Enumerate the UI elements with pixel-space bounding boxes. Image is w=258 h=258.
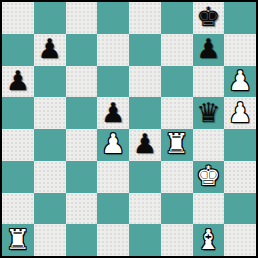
square-g4[interactable] bbox=[193, 129, 225, 161]
square-b6[interactable] bbox=[34, 66, 66, 98]
square-e2[interactable] bbox=[129, 193, 161, 225]
square-e7[interactable] bbox=[129, 34, 161, 66]
square-a7[interactable] bbox=[2, 34, 34, 66]
square-h7[interactable] bbox=[224, 34, 256, 66]
square-b3[interactable] bbox=[34, 161, 66, 193]
square-h5[interactable]: ♟ bbox=[224, 97, 256, 129]
square-b8[interactable] bbox=[34, 2, 66, 34]
piece-white-pawn[interactable]: ♟ bbox=[228, 99, 252, 126]
square-h4[interactable] bbox=[224, 129, 256, 161]
square-d8[interactable] bbox=[97, 2, 129, 34]
square-a3[interactable] bbox=[2, 161, 34, 193]
piece-black-pawn[interactable]: ♟ bbox=[6, 67, 30, 94]
piece-white-rook[interactable]: ♜ bbox=[165, 130, 189, 157]
chess-board-grid: ♚♟♟♟♟♟♛♟♟♟♜♚♜♝ bbox=[2, 2, 256, 256]
square-h3[interactable] bbox=[224, 161, 256, 193]
piece-white-pawn[interactable]: ♟ bbox=[228, 67, 252, 94]
square-a5[interactable] bbox=[2, 97, 34, 129]
square-e3[interactable] bbox=[129, 161, 161, 193]
square-f7[interactable] bbox=[161, 34, 193, 66]
square-g1[interactable]: ♝ bbox=[193, 224, 225, 256]
square-b4[interactable] bbox=[34, 129, 66, 161]
square-a2[interactable] bbox=[2, 193, 34, 225]
square-f5[interactable] bbox=[161, 97, 193, 129]
piece-black-king[interactable]: ♚ bbox=[196, 3, 220, 30]
piece-black-pawn[interactable]: ♟ bbox=[196, 35, 220, 62]
square-g7[interactable]: ♟ bbox=[193, 34, 225, 66]
piece-black-queen[interactable]: ♛ bbox=[196, 99, 220, 126]
square-b2[interactable] bbox=[34, 193, 66, 225]
square-d2[interactable] bbox=[97, 193, 129, 225]
square-a4[interactable] bbox=[2, 129, 34, 161]
piece-black-pawn[interactable]: ♟ bbox=[38, 35, 62, 62]
square-h8[interactable] bbox=[224, 2, 256, 34]
square-e1[interactable] bbox=[129, 224, 161, 256]
square-g8[interactable]: ♚ bbox=[193, 2, 225, 34]
square-d6[interactable] bbox=[97, 66, 129, 98]
square-b7[interactable]: ♟ bbox=[34, 34, 66, 66]
square-h1[interactable] bbox=[224, 224, 256, 256]
square-c6[interactable] bbox=[66, 66, 98, 98]
square-h6[interactable]: ♟ bbox=[224, 66, 256, 98]
square-c8[interactable] bbox=[66, 2, 98, 34]
square-e5[interactable] bbox=[129, 97, 161, 129]
square-f2[interactable] bbox=[161, 193, 193, 225]
square-c4[interactable] bbox=[66, 129, 98, 161]
square-d7[interactable] bbox=[97, 34, 129, 66]
square-f3[interactable] bbox=[161, 161, 193, 193]
square-d4[interactable]: ♟ bbox=[97, 129, 129, 161]
square-c3[interactable] bbox=[66, 161, 98, 193]
piece-white-king[interactable]: ♚ bbox=[196, 162, 220, 189]
square-b1[interactable] bbox=[34, 224, 66, 256]
square-d3[interactable] bbox=[97, 161, 129, 193]
square-g3[interactable]: ♚ bbox=[193, 161, 225, 193]
square-g2[interactable] bbox=[193, 193, 225, 225]
square-f4[interactable]: ♜ bbox=[161, 129, 193, 161]
square-g5[interactable]: ♛ bbox=[193, 97, 225, 129]
square-a6[interactable]: ♟ bbox=[2, 66, 34, 98]
piece-black-pawn[interactable]: ♟ bbox=[133, 130, 157, 157]
square-c5[interactable] bbox=[66, 97, 98, 129]
square-g6[interactable] bbox=[193, 66, 225, 98]
square-f8[interactable] bbox=[161, 2, 193, 34]
square-h2[interactable] bbox=[224, 193, 256, 225]
piece-white-pawn[interactable]: ♟ bbox=[101, 130, 125, 157]
piece-black-pawn[interactable]: ♟ bbox=[101, 99, 125, 126]
square-e8[interactable] bbox=[129, 2, 161, 34]
piece-white-rook[interactable]: ♜ bbox=[6, 226, 30, 253]
square-d5[interactable]: ♟ bbox=[97, 97, 129, 129]
square-f1[interactable] bbox=[161, 224, 193, 256]
square-e6[interactable] bbox=[129, 66, 161, 98]
square-c1[interactable] bbox=[66, 224, 98, 256]
square-a8[interactable] bbox=[2, 2, 34, 34]
square-a1[interactable]: ♜ bbox=[2, 224, 34, 256]
chess-board: ♚♟♟♟♟♟♛♟♟♟♜♚♜♝ bbox=[0, 0, 258, 258]
square-f6[interactable] bbox=[161, 66, 193, 98]
square-e4[interactable]: ♟ bbox=[129, 129, 161, 161]
square-d1[interactable] bbox=[97, 224, 129, 256]
square-c7[interactable] bbox=[66, 34, 98, 66]
piece-white-bishop[interactable]: ♝ bbox=[196, 226, 220, 253]
square-c2[interactable] bbox=[66, 193, 98, 225]
square-b5[interactable] bbox=[34, 97, 66, 129]
